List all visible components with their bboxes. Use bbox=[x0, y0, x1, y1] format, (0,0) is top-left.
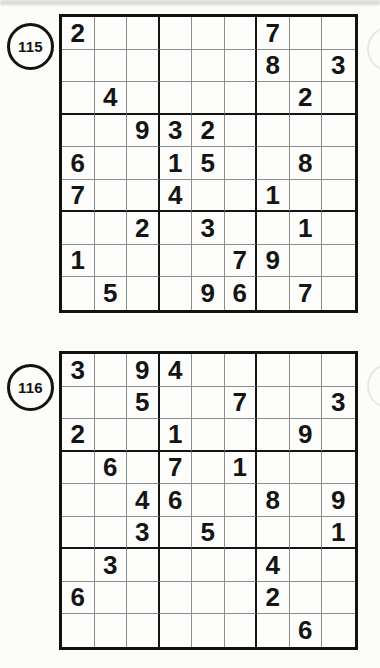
sudoku-cell-r5c6 bbox=[225, 147, 258, 180]
sudoku-cell-r6c5: 5 bbox=[192, 517, 225, 550]
sudoku-cell-r3c2: 4 bbox=[95, 82, 128, 115]
sudoku-cell-r3c8: 9 bbox=[290, 419, 323, 452]
sudoku-cell-r7c4 bbox=[160, 549, 193, 582]
sudoku-cell-r4c8 bbox=[290, 115, 323, 148]
sudoku-cell-r5c7 bbox=[257, 147, 290, 180]
sudoku-cell-r9c6 bbox=[225, 614, 258, 647]
sudoku-cell-r9c3 bbox=[127, 614, 160, 647]
sudoku-cell-r1c2 bbox=[95, 354, 128, 387]
sudoku-cell-r4c7 bbox=[257, 115, 290, 148]
sudoku-cell-r5c9: 9 bbox=[322, 484, 355, 517]
sudoku-cell-r7c7: 4 bbox=[257, 549, 290, 582]
sudoku-cell-r3c2 bbox=[95, 419, 128, 452]
sudoku-cell-r4c4: 7 bbox=[160, 452, 193, 485]
sudoku-cell-r4c6: 1 bbox=[225, 452, 258, 485]
sudoku-cell-r6c1: 7 bbox=[62, 180, 95, 213]
sudoku-cell-r2c4 bbox=[160, 387, 193, 420]
sudoku-cell-r3c3 bbox=[127, 82, 160, 115]
sudoku-cell-r9c1 bbox=[62, 277, 95, 310]
sudoku-cell-r1c5 bbox=[192, 17, 225, 50]
sudoku-cell-r1c1: 2 bbox=[62, 17, 95, 50]
sudoku-cell-r1c8 bbox=[290, 17, 323, 50]
sudoku-cell-r4c2 bbox=[95, 115, 128, 148]
puzzle-number-badge-116: 116 bbox=[7, 364, 54, 411]
sudoku-cell-r8c6 bbox=[225, 582, 258, 615]
sudoku-cell-r7c9 bbox=[322, 212, 355, 245]
sudoku-cell-r3c9 bbox=[322, 419, 355, 452]
sudoku-cell-r6c6 bbox=[225, 180, 258, 213]
sudoku-cell-r1c9 bbox=[322, 17, 355, 50]
sudoku-cell-r5c6 bbox=[225, 484, 258, 517]
scan-edge-artifact bbox=[0, 0, 380, 5]
sudoku-cell-r4c5 bbox=[192, 452, 225, 485]
sudoku-cell-r6c3 bbox=[127, 180, 160, 213]
sudoku-board-116: 394573219671468935134626 bbox=[59, 351, 358, 650]
sudoku-cell-r7c6 bbox=[225, 549, 258, 582]
sudoku-cell-r5c5 bbox=[192, 484, 225, 517]
sudoku-cell-r7c8 bbox=[290, 549, 323, 582]
scanned-puzzle-page: 115 27834293261587412311795967 116 39457… bbox=[0, 0, 380, 668]
sudoku-cell-r7c9 bbox=[322, 549, 355, 582]
sudoku-cell-r5c3 bbox=[127, 147, 160, 180]
sudoku-cell-r6c8 bbox=[290, 517, 323, 550]
sudoku-cell-r9c2 bbox=[95, 614, 128, 647]
sudoku-cell-r4c2: 6 bbox=[95, 452, 128, 485]
sudoku-cell-r6c5 bbox=[192, 180, 225, 213]
sudoku-cell-r2c8 bbox=[290, 387, 323, 420]
page-bleedthrough-circle bbox=[367, 363, 380, 409]
sudoku-cell-r2c9: 3 bbox=[322, 50, 355, 83]
sudoku-cell-r4c1 bbox=[62, 115, 95, 148]
sudoku-cell-r7c2 bbox=[95, 212, 128, 245]
sudoku-cell-r8c4 bbox=[160, 245, 193, 278]
sudoku-cell-r9c8: 7 bbox=[290, 277, 323, 310]
sudoku-cell-r5c3: 4 bbox=[127, 484, 160, 517]
sudoku-cell-r2c2 bbox=[95, 387, 128, 420]
sudoku-cell-r6c2 bbox=[95, 180, 128, 213]
sudoku-board-115: 27834293261587412311795967 bbox=[59, 14, 358, 313]
page-bleedthrough-circle bbox=[367, 26, 380, 72]
sudoku-cell-r6c4: 4 bbox=[160, 180, 193, 213]
sudoku-cell-r7c8: 1 bbox=[290, 212, 323, 245]
sudoku-cell-r6c9 bbox=[322, 180, 355, 213]
sudoku-cell-r5c2 bbox=[95, 147, 128, 180]
sudoku-cell-r7c2: 3 bbox=[95, 549, 128, 582]
sudoku-cell-r6c3: 3 bbox=[127, 517, 160, 550]
sudoku-cell-r5c5: 5 bbox=[192, 147, 225, 180]
sudoku-cell-r6c8 bbox=[290, 180, 323, 213]
sudoku-cell-r8c2 bbox=[95, 245, 128, 278]
sudoku-cell-r9c6: 6 bbox=[225, 277, 258, 310]
sudoku-cell-r2c6: 7 bbox=[225, 387, 258, 420]
puzzle-number-badge-115: 115 bbox=[7, 23, 54, 70]
sudoku-cell-r4c7 bbox=[257, 452, 290, 485]
sudoku-cell-r1c6 bbox=[225, 17, 258, 50]
sudoku-cell-r1c8 bbox=[290, 354, 323, 387]
sudoku-cell-r3c3 bbox=[127, 419, 160, 452]
sudoku-cell-r7c7 bbox=[257, 212, 290, 245]
sudoku-cell-r6c6 bbox=[225, 517, 258, 550]
sudoku-cell-r9c4 bbox=[160, 277, 193, 310]
sudoku-cell-r6c4 bbox=[160, 517, 193, 550]
sudoku-cell-r3c5 bbox=[192, 419, 225, 452]
sudoku-cell-r8c4 bbox=[160, 582, 193, 615]
sudoku-cell-r5c9 bbox=[322, 147, 355, 180]
sudoku-cell-r1c4 bbox=[160, 17, 193, 50]
sudoku-cell-r1c6 bbox=[225, 354, 258, 387]
sudoku-cell-r3c4 bbox=[160, 82, 193, 115]
sudoku-cell-r9c9 bbox=[322, 277, 355, 310]
sudoku-cell-r4c3 bbox=[127, 452, 160, 485]
sudoku-cell-r4c3: 9 bbox=[127, 115, 160, 148]
sudoku-cell-r3c4: 1 bbox=[160, 419, 193, 452]
sudoku-cell-r2c1 bbox=[62, 387, 95, 420]
sudoku-cell-r9c7 bbox=[257, 277, 290, 310]
sudoku-cell-r2c6 bbox=[225, 50, 258, 83]
sudoku-cell-r6c2 bbox=[95, 517, 128, 550]
sudoku-cell-r8c2 bbox=[95, 582, 128, 615]
sudoku-cell-r4c4: 3 bbox=[160, 115, 193, 148]
sudoku-cell-r9c7 bbox=[257, 614, 290, 647]
sudoku-cell-r9c9 bbox=[322, 614, 355, 647]
puzzle-number: 115 bbox=[18, 38, 43, 55]
sudoku-cell-r5c4: 6 bbox=[160, 484, 193, 517]
sudoku-cell-r8c7: 2 bbox=[257, 582, 290, 615]
sudoku-cell-r3c6 bbox=[225, 82, 258, 115]
sudoku-cell-r3c7 bbox=[257, 419, 290, 452]
sudoku-cell-r2c1 bbox=[62, 50, 95, 83]
sudoku-cell-r1c1: 3 bbox=[62, 354, 95, 387]
sudoku-cell-r2c3 bbox=[127, 50, 160, 83]
sudoku-cell-r4c5: 2 bbox=[192, 115, 225, 148]
sudoku-cell-r7c1 bbox=[62, 212, 95, 245]
sudoku-cell-r7c6 bbox=[225, 212, 258, 245]
sudoku-cell-r8c5 bbox=[192, 582, 225, 615]
sudoku-cell-r5c4: 1 bbox=[160, 147, 193, 180]
sudoku-cell-r6c7 bbox=[257, 517, 290, 550]
sudoku-cell-r5c1: 6 bbox=[62, 147, 95, 180]
sudoku-cell-r1c7 bbox=[257, 354, 290, 387]
sudoku-cell-r4c1 bbox=[62, 452, 95, 485]
sudoku-cell-r8c6: 7 bbox=[225, 245, 258, 278]
sudoku-cell-r2c5 bbox=[192, 387, 225, 420]
sudoku-cell-r7c5 bbox=[192, 549, 225, 582]
sudoku-cell-r3c8: 2 bbox=[290, 82, 323, 115]
sudoku-cell-r7c4 bbox=[160, 212, 193, 245]
sudoku-cell-r5c1 bbox=[62, 484, 95, 517]
sudoku-cell-r1c4: 4 bbox=[160, 354, 193, 387]
sudoku-cell-r4c8 bbox=[290, 452, 323, 485]
sudoku-cell-r8c3 bbox=[127, 245, 160, 278]
sudoku-cell-r8c1: 6 bbox=[62, 582, 95, 615]
sudoku-cell-r2c2 bbox=[95, 50, 128, 83]
sudoku-cell-r6c1 bbox=[62, 517, 95, 550]
sudoku-cell-r1c3 bbox=[127, 17, 160, 50]
sudoku-cell-r9c2: 5 bbox=[95, 277, 128, 310]
sudoku-cell-r8c5 bbox=[192, 245, 225, 278]
sudoku-cell-r1c3: 9 bbox=[127, 354, 160, 387]
sudoku-cell-r5c7: 8 bbox=[257, 484, 290, 517]
sudoku-cell-r5c2 bbox=[95, 484, 128, 517]
sudoku-cell-r9c5 bbox=[192, 614, 225, 647]
sudoku-cell-r2c3: 5 bbox=[127, 387, 160, 420]
sudoku-cell-r5c8: 8 bbox=[290, 147, 323, 180]
sudoku-cell-r8c9 bbox=[322, 582, 355, 615]
sudoku-cell-r4c9 bbox=[322, 452, 355, 485]
sudoku-cell-r8c9 bbox=[322, 245, 355, 278]
sudoku-cell-r4c6 bbox=[225, 115, 258, 148]
sudoku-cell-r7c5: 3 bbox=[192, 212, 225, 245]
sudoku-cell-r2c8 bbox=[290, 50, 323, 83]
sudoku-cell-r8c3 bbox=[127, 582, 160, 615]
sudoku-cell-r2c7 bbox=[257, 387, 290, 420]
sudoku-cell-r5c8 bbox=[290, 484, 323, 517]
sudoku-cell-r2c9: 3 bbox=[322, 387, 355, 420]
sudoku-cell-r7c3 bbox=[127, 549, 160, 582]
sudoku-cell-r3c1 bbox=[62, 82, 95, 115]
sudoku-cell-r3c9 bbox=[322, 82, 355, 115]
sudoku-cell-r8c1: 1 bbox=[62, 245, 95, 278]
sudoku-cell-r9c8: 6 bbox=[290, 614, 323, 647]
sudoku-cell-r1c7: 7 bbox=[257, 17, 290, 50]
sudoku-cell-r9c1 bbox=[62, 614, 95, 647]
sudoku-cell-r8c7: 9 bbox=[257, 245, 290, 278]
sudoku-cell-r3c7 bbox=[257, 82, 290, 115]
sudoku-cell-r9c5: 9 bbox=[192, 277, 225, 310]
sudoku-cell-r1c2 bbox=[95, 17, 128, 50]
sudoku-cell-r9c4 bbox=[160, 614, 193, 647]
sudoku-cell-r8c8 bbox=[290, 582, 323, 615]
sudoku-cell-r3c1: 2 bbox=[62, 419, 95, 452]
sudoku-cell-r1c9 bbox=[322, 354, 355, 387]
sudoku-cell-r9c3 bbox=[127, 277, 160, 310]
sudoku-cell-r6c9: 1 bbox=[322, 517, 355, 550]
sudoku-cell-r8c8 bbox=[290, 245, 323, 278]
sudoku-cell-r7c3: 2 bbox=[127, 212, 160, 245]
puzzle-number: 116 bbox=[18, 379, 43, 396]
sudoku-cell-r2c7: 8 bbox=[257, 50, 290, 83]
sudoku-cell-r3c6 bbox=[225, 419, 258, 452]
sudoku-cell-r6c7: 1 bbox=[257, 180, 290, 213]
sudoku-cell-r3c5 bbox=[192, 82, 225, 115]
sudoku-cell-r2c4 bbox=[160, 50, 193, 83]
sudoku-cell-r4c9 bbox=[322, 115, 355, 148]
sudoku-cell-r2c5 bbox=[192, 50, 225, 83]
sudoku-cell-r1c5 bbox=[192, 354, 225, 387]
sudoku-cell-r7c1 bbox=[62, 549, 95, 582]
